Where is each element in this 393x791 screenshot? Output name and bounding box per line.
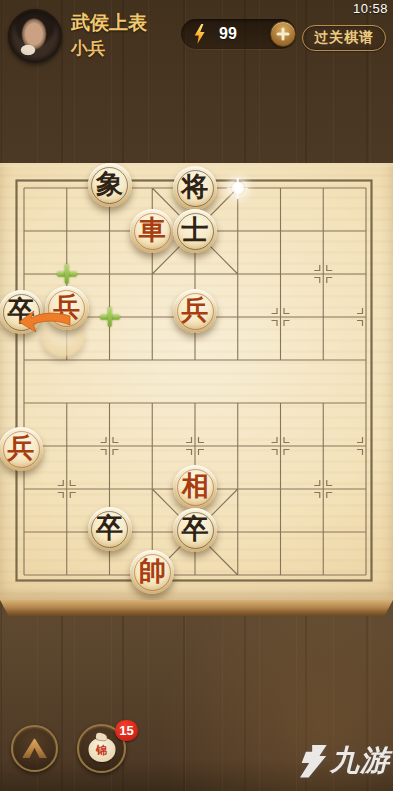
- piece-black-卒[interactable]: 卒: [88, 507, 132, 551]
- hint-bag-icon: 锦: [88, 738, 115, 762]
- watermark-text: 九游: [330, 741, 390, 781]
- level-title: 武侯上表: [71, 12, 147, 35]
- piece-character: 相: [182, 473, 209, 500]
- piece-character: 将: [182, 174, 209, 201]
- capture-arrow-icon: [18, 309, 72, 337]
- piece-character: 士: [182, 217, 209, 244]
- board-overlay: 象将車士卒兵兵兵相卒卒帥: [0, 163, 393, 600]
- lightning-icon: [192, 24, 207, 44]
- piece-character: 象: [96, 171, 123, 198]
- piece-character: 兵: [8, 435, 35, 462]
- piece-character: 卒: [182, 516, 209, 543]
- add-energy-button[interactable]: [270, 21, 296, 47]
- piece-red-帥[interactable]: 帥: [130, 550, 174, 594]
- piece-character: 卒: [96, 515, 123, 542]
- bottom-bar: 锦 15 九游: [0, 711, 393, 791]
- bag-character: 锦: [96, 743, 107, 758]
- sparkle-effect: [230, 181, 245, 196]
- puzzle-records-button[interactable]: 过关棋谱: [302, 25, 386, 51]
- jiuyou-logo-icon: [300, 745, 327, 778]
- energy-count: 99: [219, 25, 237, 43]
- piece-red-兵[interactable]: 兵: [173, 289, 217, 333]
- energy-pill: 99: [181, 19, 296, 49]
- player-avatar[interactable]: [8, 9, 62, 63]
- piece-red-車[interactable]: 車: [130, 209, 174, 253]
- watermark-logo: 九游: [300, 741, 390, 781]
- piece-character: 帥: [139, 558, 166, 585]
- hint-count-badge: 15: [115, 720, 138, 741]
- piece-character: 車: [139, 217, 166, 244]
- expand-menu-button[interactable]: [11, 725, 58, 772]
- hint-bag-button[interactable]: 锦 15: [77, 724, 126, 773]
- piece-black-将[interactable]: 将: [173, 166, 217, 210]
- piece-black-士[interactable]: 士: [173, 209, 217, 253]
- top-bar: 武侯上表 小兵 99 过关棋谱: [0, 0, 393, 70]
- board-edge: [0, 600, 393, 616]
- app-screen: 10:58 武侯上表 小兵 99 过关棋谱 象将車士卒兵兵兵相卒卒帥: [0, 0, 393, 791]
- level-rank: 小兵: [71, 39, 147, 59]
- piece-red-兵[interactable]: 兵: [0, 427, 43, 471]
- chevron-up-icon: [22, 738, 47, 758]
- piece-character: 兵: [182, 297, 209, 324]
- piece-red-相[interactable]: 相: [173, 465, 217, 509]
- move-highlight-marker: [100, 307, 120, 327]
- xiangqi-board[interactable]: 象将車士卒兵兵兵相卒卒帥: [0, 163, 393, 616]
- piece-black-象[interactable]: 象: [88, 163, 132, 207]
- piece-black-卒[interactable]: 卒: [173, 508, 217, 552]
- level-titles: 武侯上表 小兵: [71, 12, 147, 59]
- move-highlight-marker: [57, 264, 77, 284]
